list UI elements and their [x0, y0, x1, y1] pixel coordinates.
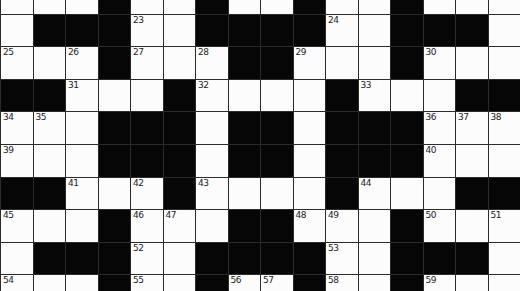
black-cell [229, 47, 261, 79]
white-cell[interactable]: 52 [131, 243, 163, 275]
black-cell [391, 145, 423, 177]
clue-number: 23 [133, 16, 144, 25]
white-cell[interactable]: 45 [1, 210, 33, 242]
white-cell[interactable]: 31 [66, 80, 98, 112]
white-cell[interactable]: 24 [326, 15, 358, 47]
white-cell[interactable]: 32 [196, 80, 228, 112]
white-cell[interactable] [1, 243, 33, 275]
black-cell [326, 112, 358, 144]
black-cell [229, 243, 261, 275]
black-cell [66, 15, 98, 47]
white-cell[interactable] [131, 0, 163, 14]
clue-number: 57 [263, 276, 274, 285]
white-cell[interactable] [66, 145, 98, 177]
black-cell [196, 0, 228, 14]
white-cell[interactable] [294, 80, 326, 112]
white-cell[interactable] [34, 0, 66, 14]
white-cell[interactable] [359, 47, 391, 79]
clue-number: 26 [68, 48, 79, 57]
clue-number: 41 [68, 179, 79, 188]
white-cell[interactable]: 43 [196, 178, 228, 210]
white-cell[interactable] [164, 47, 196, 79]
white-cell[interactable] [359, 210, 391, 242]
clue-number: 51 [491, 211, 502, 220]
white-cell[interactable] [1, 15, 33, 47]
black-cell [196, 15, 228, 47]
white-cell[interactable]: 46 [131, 210, 163, 242]
black-cell [326, 80, 358, 112]
white-cell[interactable] [489, 243, 520, 275]
white-cell[interactable] [456, 47, 488, 79]
black-cell [229, 145, 261, 177]
white-cell[interactable] [261, 80, 293, 112]
white-cell[interactable]: 59 [424, 275, 456, 291]
white-cell[interactable]: 57 [261, 275, 293, 291]
black-cell [164, 112, 196, 144]
black-cell [164, 145, 196, 177]
white-cell[interactable] [456, 145, 488, 177]
white-cell[interactable]: 50 [424, 210, 456, 242]
white-cell[interactable]: 53 [326, 243, 358, 275]
white-cell[interactable] [34, 210, 66, 242]
black-cell [131, 145, 163, 177]
black-cell [1, 178, 33, 210]
clue-number: 49 [328, 211, 339, 220]
white-cell[interactable]: 56 [229, 275, 261, 291]
white-cell[interactable] [164, 0, 196, 14]
white-cell[interactable]: 29 [294, 47, 326, 79]
black-cell [99, 15, 131, 47]
black-cell [229, 112, 261, 144]
black-cell [261, 112, 293, 144]
black-cell [99, 243, 131, 275]
black-cell [424, 15, 456, 47]
white-cell[interactable]: 41 [66, 178, 98, 210]
white-cell[interactable]: 34 [1, 112, 33, 144]
white-cell[interactable] [489, 15, 520, 47]
white-cell[interactable]: 51 [489, 210, 520, 242]
clue-number: 36 [426, 113, 437, 122]
white-cell[interactable] [196, 210, 228, 242]
white-cell[interactable]: 23 [131, 15, 163, 47]
black-cell [261, 47, 293, 79]
black-cell [99, 0, 131, 14]
clue-number: 30 [426, 48, 437, 57]
clue-number: 27 [133, 48, 144, 57]
clue-number: 55 [133, 276, 144, 285]
white-cell[interactable] [359, 243, 391, 275]
black-cell [489, 178, 520, 210]
white-cell[interactable] [456, 0, 488, 14]
clue-number: 28 [198, 48, 209, 57]
black-cell [261, 210, 293, 242]
black-cell [261, 15, 293, 47]
white-cell[interactable]: 27 [131, 47, 163, 79]
black-cell [391, 47, 423, 79]
white-cell[interactable] [424, 80, 456, 112]
black-cell [164, 80, 196, 112]
white-cell[interactable] [294, 112, 326, 144]
white-cell[interactable] [294, 178, 326, 210]
clue-number: 50 [426, 211, 437, 220]
white-cell[interactable] [424, 178, 456, 210]
white-cell[interactable] [66, 0, 98, 14]
white-cell[interactable] [99, 178, 131, 210]
white-cell[interactable] [66, 210, 98, 242]
black-cell [294, 0, 326, 14]
white-cell[interactable]: 58 [326, 275, 358, 291]
white-cell[interactable] [456, 210, 488, 242]
black-cell [196, 243, 228, 275]
clue-number: 29 [296, 48, 307, 57]
white-cell[interactable]: 25 [1, 47, 33, 79]
black-cell [99, 210, 131, 242]
white-cell[interactable] [131, 80, 163, 112]
white-cell[interactable] [489, 47, 520, 79]
white-cell[interactable]: 47 [164, 210, 196, 242]
white-cell[interactable] [391, 80, 423, 112]
clue-number: 43 [198, 179, 209, 188]
black-cell [391, 243, 423, 275]
black-cell [391, 112, 423, 144]
black-cell [391, 0, 423, 14]
white-cell[interactable]: 44 [359, 178, 391, 210]
white-cell[interactable] [66, 112, 98, 144]
white-cell[interactable] [489, 145, 520, 177]
white-cell[interactable] [34, 275, 66, 291]
white-cell[interactable] [34, 145, 66, 177]
white-cell[interactable] [391, 178, 423, 210]
black-cell [99, 275, 131, 291]
clue-number: 45 [3, 211, 14, 220]
black-cell [261, 243, 293, 275]
white-cell[interactable] [489, 275, 520, 291]
white-cell[interactable]: 54 [1, 275, 33, 291]
white-cell[interactable]: 37 [456, 112, 488, 144]
white-cell[interactable] [229, 0, 261, 14]
clue-number: 59 [426, 276, 437, 285]
white-cell[interactable] [424, 0, 456, 14]
black-cell [326, 145, 358, 177]
black-cell [359, 112, 391, 144]
clue-number: 31 [68, 81, 79, 90]
white-cell[interactable]: 36 [424, 112, 456, 144]
clue-number: 39 [3, 146, 14, 155]
clue-number: 48 [296, 211, 307, 220]
black-cell [229, 210, 261, 242]
clue-number: 42 [133, 179, 144, 188]
white-cell[interactable] [359, 275, 391, 291]
black-cell [359, 145, 391, 177]
clue-number: 40 [426, 146, 437, 155]
clue-number: 25 [3, 48, 14, 57]
black-cell [99, 145, 131, 177]
black-cell [456, 243, 488, 275]
white-cell[interactable] [196, 112, 228, 144]
crossword-board: 2324252627282930313233343536373839404142… [0, 0, 520, 291]
black-cell [34, 80, 66, 112]
clue-number: 33 [361, 81, 372, 90]
crossword-grid: 2324252627282930313233343536373839404142… [0, 0, 520, 291]
white-cell[interactable] [99, 80, 131, 112]
white-cell[interactable]: 30 [424, 47, 456, 79]
white-cell[interactable] [164, 15, 196, 47]
white-cell[interactable]: 49 [326, 210, 358, 242]
white-cell[interactable] [196, 145, 228, 177]
white-cell[interactable]: 33 [359, 80, 391, 112]
white-cell[interactable] [359, 15, 391, 47]
black-cell [261, 145, 293, 177]
black-cell [1, 80, 33, 112]
clue-number: 56 [231, 276, 242, 285]
white-cell[interactable]: 42 [131, 178, 163, 210]
white-cell[interactable] [261, 178, 293, 210]
white-cell[interactable] [326, 47, 358, 79]
clue-number: 37 [458, 113, 469, 122]
black-cell [456, 15, 488, 47]
black-cell [99, 47, 131, 79]
clue-number: 58 [328, 276, 339, 285]
black-cell [229, 15, 261, 47]
white-cell[interactable] [164, 275, 196, 291]
black-cell [456, 80, 488, 112]
white-cell[interactable] [489, 0, 520, 14]
black-cell [489, 80, 520, 112]
white-cell[interactable] [326, 0, 358, 14]
clue-number: 35 [36, 113, 47, 122]
white-cell[interactable] [229, 80, 261, 112]
black-cell [34, 243, 66, 275]
black-cell [99, 112, 131, 144]
white-cell[interactable] [294, 145, 326, 177]
black-cell [294, 15, 326, 47]
clue-number: 34 [3, 113, 14, 122]
clue-number: 53 [328, 244, 339, 253]
clue-number: 24 [328, 16, 339, 25]
black-cell [196, 275, 228, 291]
black-cell [456, 178, 488, 210]
white-cell[interactable]: 26 [66, 47, 98, 79]
clue-number: 47 [166, 211, 177, 220]
white-cell[interactable] [34, 47, 66, 79]
white-cell[interactable]: 48 [294, 210, 326, 242]
white-cell[interactable] [359, 0, 391, 14]
clue-number: 46 [133, 211, 144, 220]
black-cell [391, 275, 423, 291]
white-cell[interactable] [66, 275, 98, 291]
black-cell [66, 243, 98, 275]
white-cell[interactable]: 40 [424, 145, 456, 177]
white-cell[interactable] [261, 0, 293, 14]
white-cell[interactable] [229, 178, 261, 210]
clue-number: 52 [133, 244, 144, 253]
white-cell[interactable]: 28 [196, 47, 228, 79]
black-cell [131, 112, 163, 144]
white-cell[interactable]: 39 [1, 145, 33, 177]
white-cell[interactable]: 35 [34, 112, 66, 144]
black-cell [294, 243, 326, 275]
black-cell [164, 178, 196, 210]
black-cell [391, 15, 423, 47]
black-cell [294, 275, 326, 291]
clue-number: 32 [198, 81, 209, 90]
black-cell [34, 178, 66, 210]
black-cell [326, 178, 358, 210]
white-cell[interactable] [456, 275, 488, 291]
white-cell[interactable]: 38 [489, 112, 520, 144]
clue-number: 54 [3, 276, 14, 285]
black-cell [424, 243, 456, 275]
black-cell [391, 210, 423, 242]
black-cell [34, 15, 66, 47]
white-cell[interactable] [164, 243, 196, 275]
white-cell[interactable] [1, 0, 33, 14]
white-cell[interactable]: 55 [131, 275, 163, 291]
clue-number: 44 [361, 179, 372, 188]
clue-number: 38 [491, 113, 502, 122]
